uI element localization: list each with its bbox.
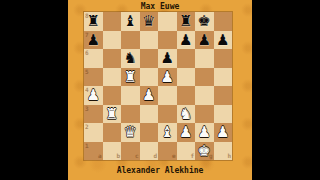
rank-label-5: 5 <box>85 69 89 75</box>
square-h4[interactable] <box>214 86 233 105</box>
square-a7[interactable]: 7♟ <box>84 31 103 50</box>
square-f1[interactable]: f <box>177 142 196 161</box>
white-player-name: Alexander Alekhine <box>68 166 252 175</box>
square-e2[interactable]: ♝ <box>158 123 177 142</box>
square-e8[interactable] <box>158 12 177 31</box>
square-c1[interactable]: c <box>121 142 140 161</box>
piece-black-bishop-c8[interactable]: ♝ <box>121 12 140 31</box>
square-b8[interactable] <box>103 12 122 31</box>
square-e3[interactable] <box>158 105 177 124</box>
rank-label-6: 6 <box>85 50 89 56</box>
piece-black-rook-a8[interactable]: ♜ <box>84 12 103 31</box>
square-f5[interactable] <box>177 68 196 87</box>
rank-label-1: 1 <box>85 143 89 149</box>
square-d6[interactable] <box>140 49 159 68</box>
piece-black-queen-d8[interactable]: ♛ <box>140 12 159 31</box>
square-b2[interactable] <box>103 123 122 142</box>
black-player-name: Max Euwe <box>68 2 252 11</box>
square-c4[interactable] <box>121 86 140 105</box>
square-e6[interactable]: ♟ <box>158 49 177 68</box>
piece-black-pawn-h7[interactable]: ♟ <box>214 31 233 50</box>
square-h5[interactable] <box>214 68 233 87</box>
piece-white-bishop-e2[interactable]: ♝ <box>158 123 177 142</box>
square-e5[interactable]: ♟ <box>158 68 177 87</box>
piece-white-rook-b3[interactable]: ♜ <box>103 105 122 124</box>
piece-black-pawn-a7[interactable]: ♟ <box>84 31 103 50</box>
file-label-h: h <box>227 153 231 159</box>
square-h3[interactable] <box>214 105 233 124</box>
square-g7[interactable]: ♟ <box>195 31 214 50</box>
square-b7[interactable] <box>103 31 122 50</box>
square-b6[interactable] <box>103 49 122 68</box>
square-a8[interactable]: 8♜ <box>84 12 103 31</box>
file-label-a: a <box>98 153 102 159</box>
square-d7[interactable] <box>140 31 159 50</box>
file-label-b: b <box>116 153 120 159</box>
square-e4[interactable] <box>158 86 177 105</box>
piece-white-rook-c5[interactable]: ♜ <box>121 68 140 87</box>
file-label-c: c <box>135 153 139 159</box>
square-a1[interactable]: 1a <box>84 142 103 161</box>
square-g3[interactable] <box>195 105 214 124</box>
piece-white-pawn-f2[interactable]: ♟ <box>177 123 196 142</box>
rank-label-3: 3 <box>85 106 89 112</box>
piece-white-pawn-e5[interactable]: ♟ <box>158 68 177 87</box>
square-f6[interactable] <box>177 49 196 68</box>
square-g2[interactable]: ♟ <box>195 123 214 142</box>
piece-black-rook-f8[interactable]: ♜ <box>177 12 196 31</box>
square-d4[interactable]: ♟ <box>140 86 159 105</box>
square-f4[interactable] <box>177 86 196 105</box>
square-a2[interactable]: 2 <box>84 123 103 142</box>
piece-white-pawn-g2[interactable]: ♟ <box>195 123 214 142</box>
piece-black-king-g8[interactable]: ♚ <box>195 12 214 31</box>
piece-white-pawn-a4[interactable]: ♟ <box>84 86 103 105</box>
file-label-f: f <box>190 153 194 159</box>
square-c3[interactable] <box>121 105 140 124</box>
square-d5[interactable] <box>140 68 159 87</box>
rank-label-2: 2 <box>85 124 89 130</box>
square-h6[interactable] <box>214 49 233 68</box>
piece-white-king-g1[interactable]: ♚ <box>195 142 214 161</box>
square-d2[interactable] <box>140 123 159 142</box>
piece-white-pawn-d4[interactable]: ♟ <box>140 86 159 105</box>
square-h2[interactable]: ♟ <box>214 123 233 142</box>
piece-black-knight-c6[interactable]: ♞ <box>121 49 140 68</box>
square-f3[interactable]: ♞ <box>177 105 196 124</box>
square-c6[interactable]: ♞ <box>121 49 140 68</box>
square-d1[interactable]: d <box>140 142 159 161</box>
square-c7[interactable] <box>121 31 140 50</box>
file-label-d: d <box>153 153 157 159</box>
square-e1[interactable]: e <box>158 142 177 161</box>
square-b4[interactable] <box>103 86 122 105</box>
square-c8[interactable]: ♝ <box>121 12 140 31</box>
square-f8[interactable]: ♜ <box>177 12 196 31</box>
square-c5[interactable]: ♜ <box>121 68 140 87</box>
square-b1[interactable]: b <box>103 142 122 161</box>
square-h1[interactable]: h <box>214 142 233 161</box>
piece-white-knight-f3[interactable]: ♞ <box>177 105 196 124</box>
piece-white-pawn-h2[interactable]: ♟ <box>214 123 233 142</box>
square-b5[interactable] <box>103 68 122 87</box>
square-g5[interactable] <box>195 68 214 87</box>
screenshot-root: { "game": "chess", "position": "r1bq1rk1… <box>0 0 320 180</box>
piece-white-queen-c2[interactable]: ♛ <box>121 123 140 142</box>
square-g4[interactable] <box>195 86 214 105</box>
square-a4[interactable]: 4♟ <box>84 86 103 105</box>
square-g8[interactable]: ♚ <box>195 12 214 31</box>
square-f2[interactable]: ♟ <box>177 123 196 142</box>
chess-board: 8♜♝♛♜♚7♟♟♟♟6♞♟5♜♟4♟♟3♜♞2♛♝♟♟♟1abcdefg♚h <box>84 12 232 160</box>
game-area-background: Max Euwe 8♜♝♛♜♚7♟♟♟♟6♞♟5♜♟4♟♟3♜♞2♛♝♟♟♟1a… <box>68 0 252 180</box>
square-d8[interactable]: ♛ <box>140 12 159 31</box>
square-f7[interactable]: ♟ <box>177 31 196 50</box>
square-g1[interactable]: g♚ <box>195 142 214 161</box>
square-d3[interactable] <box>140 105 159 124</box>
square-c2[interactable]: ♛ <box>121 123 140 142</box>
square-a6[interactable]: 6 <box>84 49 103 68</box>
square-h8[interactable] <box>214 12 233 31</box>
square-a5[interactable]: 5 <box>84 68 103 87</box>
piece-black-pawn-e6[interactable]: ♟ <box>158 49 177 68</box>
file-label-e: e <box>172 153 176 159</box>
piece-black-pawn-g7[interactable]: ♟ <box>195 31 214 50</box>
square-b3[interactable]: ♜ <box>103 105 122 124</box>
square-e7[interactable] <box>158 31 177 50</box>
square-a3[interactable]: 3 <box>84 105 103 124</box>
square-h7[interactable]: ♟ <box>214 31 233 50</box>
piece-black-pawn-f7[interactable]: ♟ <box>177 31 196 50</box>
square-g6[interactable] <box>195 49 214 68</box>
